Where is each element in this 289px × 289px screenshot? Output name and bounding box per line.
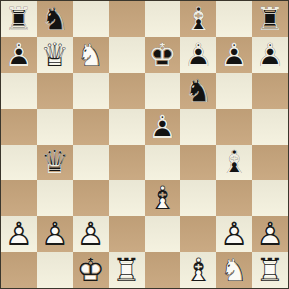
white-bishop-glyph-outline: ♗	[145, 180, 181, 216]
square-h8[interactable]: ♜♖	[252, 1, 288, 37]
square-d3[interactable]	[109, 180, 145, 216]
black-bishop-glyph-outline: ♗	[216, 145, 252, 181]
square-f3[interactable]	[180, 180, 216, 216]
square-a1[interactable]	[1, 252, 37, 288]
square-h2[interactable]: ♟♙	[252, 216, 288, 252]
piece-white-pawn[interactable]: ♟♙	[73, 216, 109, 252]
piece-white-bishop[interactable]: ♝♗	[145, 180, 181, 216]
piece-black-knight[interactable]: ♞♘	[180, 73, 216, 109]
square-h1[interactable]: ♜♖	[252, 252, 288, 288]
piece-white-queen[interactable]: ♛♕	[37, 37, 73, 73]
square-h7[interactable]: ♟♙	[252, 37, 288, 73]
square-e3[interactable]: ♝♗	[145, 180, 181, 216]
square-g2[interactable]: ♟♙	[216, 216, 252, 252]
piece-white-pawn[interactable]: ♟♙	[216, 216, 252, 252]
square-e8[interactable]	[145, 1, 181, 37]
white-pawn-glyph-outline: ♙	[216, 216, 252, 252]
square-h6[interactable]	[252, 73, 288, 109]
white-bishop-glyph-outline: ♗	[180, 252, 216, 288]
piece-black-pawn[interactable]: ♟♙	[145, 109, 181, 145]
white-rook-glyph-outline: ♖	[109, 252, 145, 288]
square-g4[interactable]: ♝♗	[216, 145, 252, 181]
square-c4[interactable]	[73, 145, 109, 181]
white-knight-glyph-outline: ♘	[216, 252, 252, 288]
square-g8[interactable]	[216, 1, 252, 37]
square-b6[interactable]	[37, 73, 73, 109]
black-rook-glyph-outline: ♖	[1, 1, 37, 37]
square-c3[interactable]	[73, 180, 109, 216]
square-g7[interactable]: ♟♙	[216, 37, 252, 73]
piece-white-king[interactable]: ♚♔	[73, 252, 109, 288]
black-pawn-glyph-outline: ♙	[1, 37, 37, 73]
square-c5[interactable]	[73, 109, 109, 145]
black-bishop-glyph-outline: ♗	[180, 1, 216, 37]
piece-black-pawn[interactable]: ♟♙	[1, 37, 37, 73]
square-h5[interactable]	[252, 109, 288, 145]
white-king-glyph-outline: ♔	[73, 252, 109, 288]
square-b4[interactable]: ♛♕	[37, 145, 73, 181]
piece-black-knight[interactable]: ♞♘	[37, 1, 73, 37]
piece-white-knight[interactable]: ♞♘	[216, 252, 252, 288]
piece-black-pawn[interactable]: ♟♙	[252, 37, 288, 73]
piece-white-bishop[interactable]: ♝♗	[180, 252, 216, 288]
white-knight-glyph-outline: ♘	[73, 37, 109, 73]
square-e2[interactable]	[145, 216, 181, 252]
piece-white-pawn[interactable]: ♟♙	[1, 216, 37, 252]
white-queen-glyph-outline: ♕	[37, 37, 73, 73]
black-knight-glyph-outline: ♘	[180, 73, 216, 109]
square-a4[interactable]	[1, 145, 37, 181]
square-a3[interactable]	[1, 180, 37, 216]
piece-black-king[interactable]: ♚♔	[145, 37, 181, 73]
black-rook-glyph-outline: ♖	[252, 1, 288, 37]
square-b2[interactable]: ♟♙	[37, 216, 73, 252]
square-g1[interactable]: ♞♘	[216, 252, 252, 288]
white-rook-glyph-outline: ♖	[252, 252, 288, 288]
piece-black-pawn[interactable]: ♟♙	[180, 37, 216, 73]
square-b5[interactable]	[37, 109, 73, 145]
square-e1[interactable]	[145, 252, 181, 288]
square-a8[interactable]: ♜♖	[1, 1, 37, 37]
square-e7[interactable]: ♚♔	[145, 37, 181, 73]
square-f1[interactable]: ♝♗	[180, 252, 216, 288]
square-d8[interactable]	[109, 1, 145, 37]
square-g3[interactable]	[216, 180, 252, 216]
square-h4[interactable]	[252, 145, 288, 181]
square-d1[interactable]: ♜♖	[109, 252, 145, 288]
square-d7[interactable]	[109, 37, 145, 73]
piece-white-rook[interactable]: ♜♖	[109, 252, 145, 288]
square-c8[interactable]	[73, 1, 109, 37]
piece-white-pawn[interactable]: ♟♙	[37, 216, 73, 252]
square-f8[interactable]: ♝♗	[180, 1, 216, 37]
black-knight-glyph-outline: ♘	[37, 1, 73, 37]
square-a6[interactable]	[1, 73, 37, 109]
white-pawn-glyph-outline: ♙	[37, 216, 73, 252]
piece-white-pawn[interactable]: ♟♙	[252, 216, 288, 252]
black-king-glyph-outline: ♔	[145, 37, 181, 73]
piece-white-rook[interactable]: ♜♖	[252, 252, 288, 288]
square-d2[interactable]	[109, 216, 145, 252]
square-a2[interactable]: ♟♙	[1, 216, 37, 252]
black-pawn-glyph-outline: ♙	[216, 37, 252, 73]
black-pawn-glyph-outline: ♙	[252, 37, 288, 73]
square-b1[interactable]	[37, 252, 73, 288]
square-b8[interactable]: ♞♘	[37, 1, 73, 37]
piece-black-bishop[interactable]: ♝♗	[216, 145, 252, 181]
black-pawn-glyph-outline: ♙	[180, 37, 216, 73]
chess-board: ♜♖♞♘♝♗♜♖♟♙♛♕♞♘♚♔♟♙♟♙♟♙♞♘♟♙♛♕♝♗♝♗♟♙♟♙♟♙♟♙…	[0, 0, 289, 289]
square-d5[interactable]	[109, 109, 145, 145]
white-pawn-glyph-outline: ♙	[1, 216, 37, 252]
black-queen-glyph-outline: ♕	[37, 145, 73, 181]
white-pawn-glyph-outline: ♙	[73, 216, 109, 252]
square-f7[interactable]: ♟♙	[180, 37, 216, 73]
square-d4[interactable]	[109, 145, 145, 181]
square-f2[interactable]	[180, 216, 216, 252]
piece-black-pawn[interactable]: ♟♙	[216, 37, 252, 73]
square-b7[interactable]: ♛♕	[37, 37, 73, 73]
square-a7[interactable]: ♟♙	[1, 37, 37, 73]
square-f6[interactable]: ♞♘	[180, 73, 216, 109]
square-c1[interactable]: ♚♔	[73, 252, 109, 288]
square-e5[interactable]: ♟♙	[145, 109, 181, 145]
square-f5[interactable]	[180, 109, 216, 145]
piece-black-bishop[interactable]: ♝♗	[180, 1, 216, 37]
square-g6[interactable]	[216, 73, 252, 109]
square-d6[interactable]	[109, 73, 145, 109]
square-b3[interactable]	[37, 180, 73, 216]
square-g5[interactable]	[216, 109, 252, 145]
piece-black-rook[interactable]: ♜♖	[1, 1, 37, 37]
square-c6[interactable]	[73, 73, 109, 109]
black-pawn-glyph-outline: ♙	[145, 109, 181, 145]
square-e6[interactable]	[145, 73, 181, 109]
piece-white-knight[interactable]: ♞♘	[73, 37, 109, 73]
piece-black-rook[interactable]: ♜♖	[252, 1, 288, 37]
square-h3[interactable]	[252, 180, 288, 216]
square-c7[interactable]: ♞♘	[73, 37, 109, 73]
white-pawn-glyph-outline: ♙	[252, 216, 288, 252]
square-e4[interactable]	[145, 145, 181, 181]
square-c2[interactable]: ♟♙	[73, 216, 109, 252]
piece-black-queen[interactable]: ♛♕	[37, 145, 73, 181]
square-f4[interactable]	[180, 145, 216, 181]
square-a5[interactable]	[1, 109, 37, 145]
